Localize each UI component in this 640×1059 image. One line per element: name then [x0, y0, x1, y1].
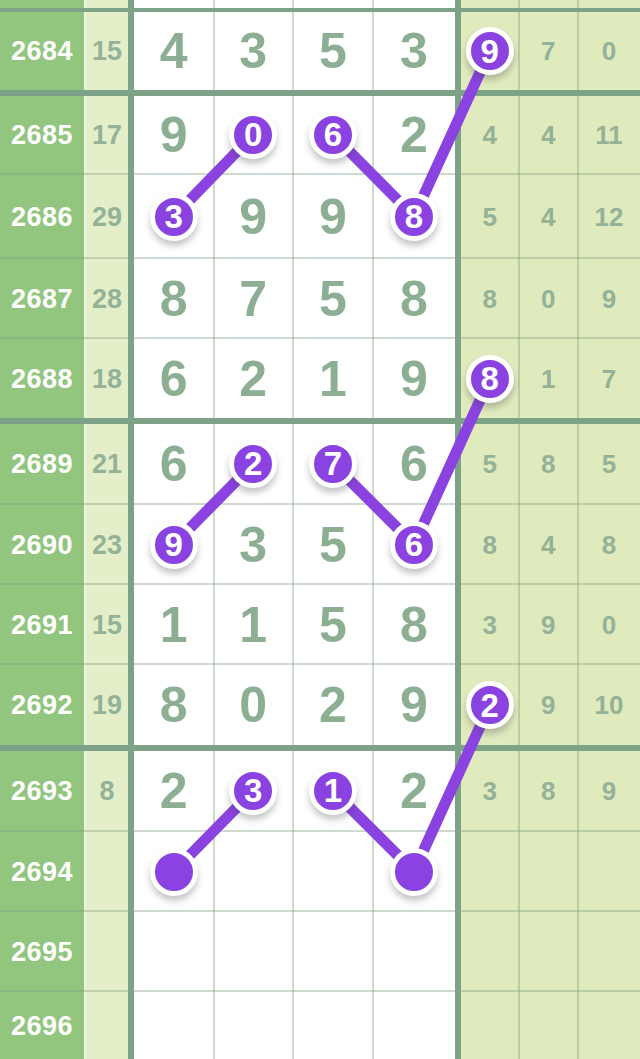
stat-cell-2693-s3: 9 [602, 778, 616, 804]
stat-cell-2684-s3: 0 [602, 38, 616, 64]
grid-line [0, 173, 640, 175]
stat-cell-2690-s2: 4 [541, 532, 555, 558]
stat-cell-2687-s1: 8 [483, 286, 497, 312]
digit-cell-2684-d4: 3 [400, 26, 428, 76]
trend-dot-2694-d1 [150, 848, 198, 896]
stat-cell-2690-s1: 8 [483, 532, 497, 558]
stat-cell-2685-s2: 4 [541, 122, 555, 148]
digit-cell-2684-d1: 4 [160, 26, 188, 76]
stat-cell-2689-s1: 5 [483, 451, 497, 477]
group-separator-1 [0, 90, 640, 96]
digit-cell-2693-d1: 2 [160, 766, 188, 816]
digit-cell-2688-d1: 6 [160, 354, 188, 404]
stat-cell-2690-s3: 8 [602, 532, 616, 558]
digit-cell-2689-d4: 6 [400, 439, 428, 489]
digit-cell-2687-d4: 8 [400, 274, 428, 324]
digit-cell-2691-d3: 5 [319, 600, 347, 650]
digit-cell-2689-d1: 6 [160, 439, 188, 489]
trend-circle-2686-d1: 3 [150, 193, 198, 241]
sum-cell-2685: 17 [92, 121, 122, 148]
digit-cell-2692-d4: 9 [400, 680, 428, 730]
group-separator-3 [0, 745, 640, 751]
digit-cell-2684-d2: 3 [239, 26, 267, 76]
sum-cell-2687: 28 [92, 285, 122, 312]
digit-cell-2684-d3: 5 [319, 26, 347, 76]
trend-dot-2694-d4 [390, 848, 438, 896]
period-cell-2696: 2696 [11, 1012, 73, 1039]
sum-cell-2690: 23 [92, 531, 122, 558]
digit-cell-2691-d1: 1 [160, 600, 188, 650]
digit-cell-2687-d1: 8 [160, 274, 188, 324]
period-cell-2687: 2687 [11, 285, 73, 312]
group-separator-2 [0, 418, 640, 424]
stat-cell-2687-s3: 9 [602, 286, 616, 312]
digit-cell-2687-d3: 5 [319, 274, 347, 324]
digit-cell-2692-d1: 8 [160, 680, 188, 730]
period-cell-2694: 2694 [11, 858, 73, 885]
digit-cell-2685-d4: 2 [400, 110, 428, 160]
period-cell-2691: 2691 [11, 611, 73, 638]
stat-cell-2691-s3: 0 [602, 612, 616, 638]
trend-circle-2685-d3: 6 [309, 111, 357, 159]
period-cell-2684: 2684 [11, 38, 73, 65]
stat-cell-2686-s2: 4 [541, 204, 555, 230]
sum-cell-2693: 8 [99, 777, 114, 804]
digit-cell-2691-d2: 1 [239, 600, 267, 650]
period-cell-2692: 2692 [11, 692, 73, 719]
digit-cell-2688-d2: 2 [239, 354, 267, 404]
grid-line [577, 0, 579, 1059]
digit-cell-2687-d2: 7 [239, 274, 267, 324]
grid-line [0, 337, 640, 339]
stat-cell-2688-s2: 1 [541, 366, 555, 392]
grid-line [292, 0, 294, 1059]
stat-cell-2693-s2: 8 [541, 778, 555, 804]
stat-cell-2686-s1: 5 [483, 204, 497, 230]
digit-cell-2686-d2: 9 [239, 192, 267, 242]
digit-cell-2686-d3: 9 [319, 192, 347, 242]
digit-cell-2690-d2: 3 [239, 520, 267, 570]
stat-cell-2692-s2: 9 [541, 692, 555, 718]
sum-cell-2689: 21 [92, 450, 122, 477]
digits-stats-separator [455, 0, 461, 1059]
stat-cell-2693-s1: 3 [483, 778, 497, 804]
grid-line [0, 583, 640, 585]
sum-cell-2684: 15 [92, 38, 122, 65]
grid-line [213, 0, 215, 1059]
digit-cell-2691-d4: 8 [400, 600, 428, 650]
lottery-trend-chart-board: 2684154353970268517906244112686293998541… [0, 0, 640, 1059]
grid-line [0, 503, 640, 505]
trend-circle-2685-d2: 0 [229, 111, 277, 159]
sum-cell-2691: 15 [92, 611, 122, 638]
stat-cell-2686-s3: 12 [595, 204, 624, 230]
grid-line [518, 0, 520, 1059]
digit-cell-2690-d3: 5 [319, 520, 347, 570]
stat-cell-2685-s3: 11 [595, 122, 623, 148]
stat-cell-2685-s1: 4 [483, 122, 497, 148]
digit-cell-2688-d4: 9 [400, 354, 428, 404]
grid-line [0, 257, 640, 259]
stat-cell-2691-s2: 9 [541, 612, 555, 638]
stat-cell-2689-s2: 8 [541, 451, 555, 477]
stat-cell-2687-s2: 0 [541, 286, 555, 312]
sum-cell-2686: 29 [92, 203, 122, 230]
digit-cell-2693-d4: 2 [400, 766, 428, 816]
period-cell-2695: 2695 [11, 938, 73, 965]
stat-cell-2692-s3: 10 [595, 692, 624, 718]
period-cell-2689: 2689 [11, 450, 73, 477]
grid-line [0, 990, 640, 992]
trend-circle-2686-d4: 8 [390, 193, 438, 241]
period-cell-2688: 2688 [11, 365, 73, 392]
sum-cell-2692: 19 [92, 692, 122, 719]
digit-cell-2692-d2: 0 [239, 680, 267, 730]
trend-circle-2688-s1: 8 [466, 355, 514, 403]
period-cell-2685: 2685 [11, 121, 73, 148]
period-cell-2690: 2690 [11, 531, 73, 558]
trend-circle-2684-s1: 9 [466, 27, 514, 75]
trend-circle-2689-d2: 2 [229, 440, 277, 488]
trend-circle-2690-d4: 6 [390, 521, 438, 569]
grid-line [372, 0, 374, 1059]
trend-circle-2689-d3: 7 [309, 440, 357, 488]
digit-cell-2692-d3: 2 [319, 680, 347, 730]
trend-circle-2693-d3: 1 [309, 767, 357, 815]
period-cell-2686: 2686 [11, 203, 73, 230]
grid-line [0, 830, 640, 832]
period-cell-2693: 2693 [11, 777, 73, 804]
grid-line [0, 910, 640, 912]
stat-cell-2691-s1: 3 [483, 612, 497, 638]
group-separator-top [0, 8, 640, 12]
stat-cell-2684-s2: 7 [541, 38, 555, 64]
sum-cell-2688: 18 [92, 365, 122, 392]
stat-cell-2688-s3: 7 [602, 366, 616, 392]
digit-cell-2688-d3: 1 [319, 354, 347, 404]
trend-circle-2693-d2: 3 [229, 767, 277, 815]
sum-digits-separator [128, 0, 134, 1059]
grid-line [0, 663, 640, 665]
trend-circle-2692-s1: 2 [466, 681, 514, 729]
stat-cell-2689-s3: 5 [602, 451, 616, 477]
digit-cell-2685-d1: 9 [160, 110, 188, 160]
trend-circle-2690-d1: 9 [150, 521, 198, 569]
